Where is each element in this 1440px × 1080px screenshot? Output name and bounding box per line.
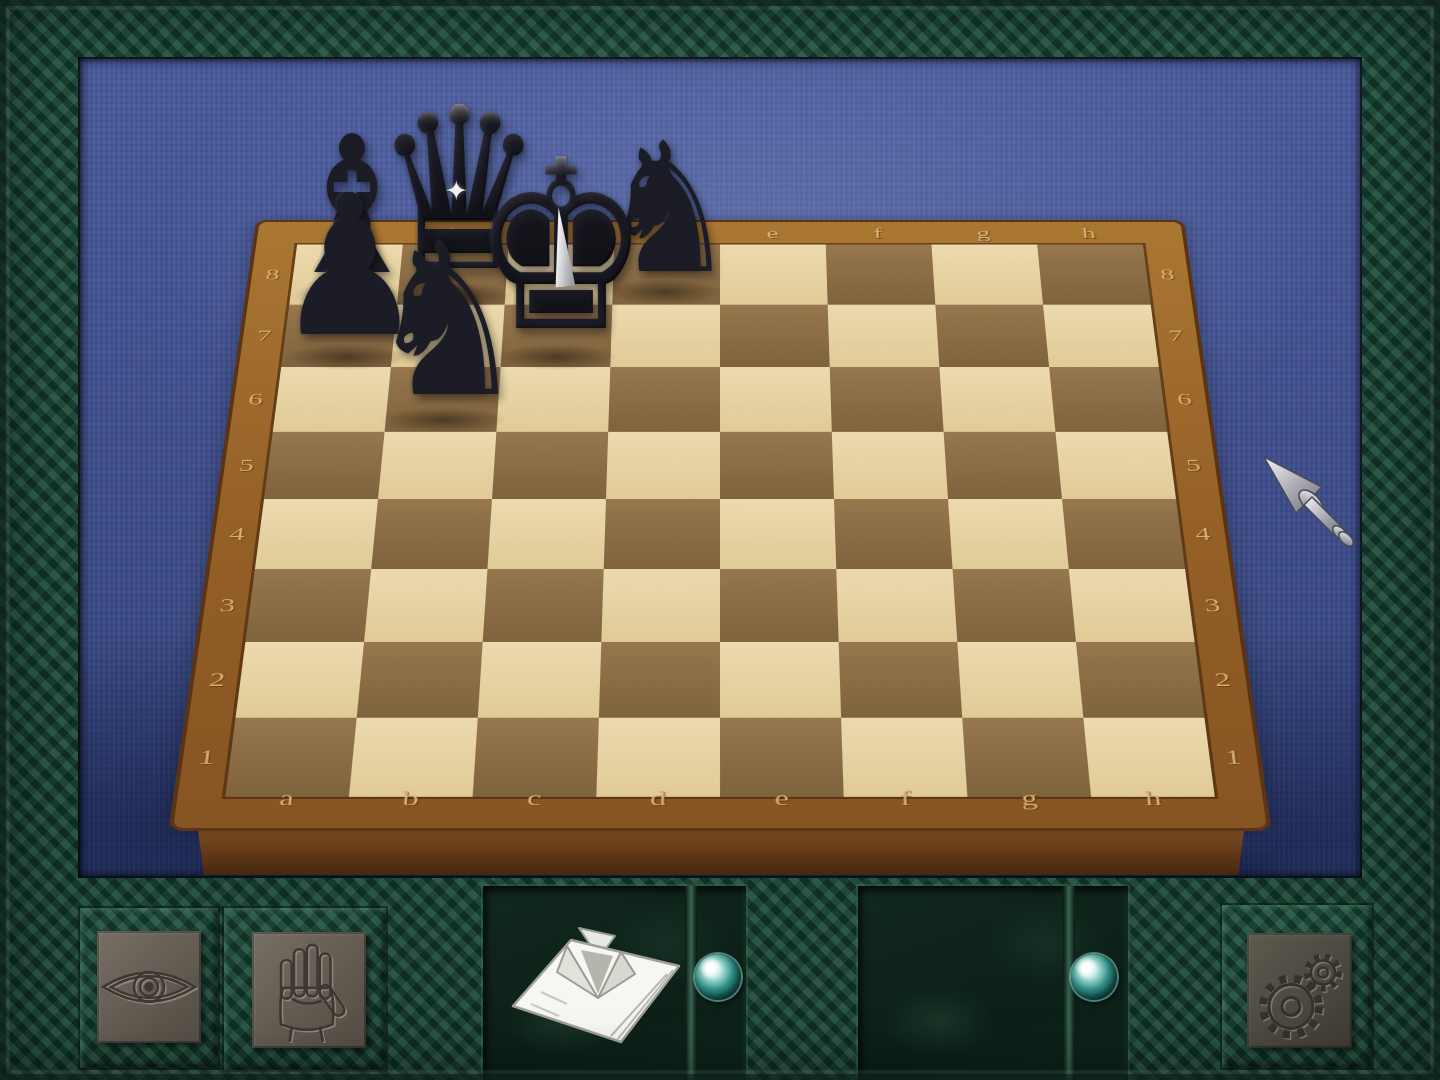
black-knight-b6[interactable]: ♞ bbox=[367, 217, 527, 427]
hand-icon bbox=[252, 932, 366, 1048]
carved-frame: abcdefgh abcdefgh 87654321 87654321 ♝♛✦♞… bbox=[0, 0, 1440, 1080]
game-screen: { "game": "chess", "scene": { "descripti… bbox=[0, 0, 1440, 1080]
empty-inventory-tray[interactable] bbox=[858, 886, 1128, 1080]
gear-icon bbox=[1247, 933, 1352, 1048]
right-orb-button[interactable] bbox=[1071, 954, 1117, 1000]
eye-button[interactable] bbox=[80, 908, 218, 1068]
inventory-tray[interactable] bbox=[483, 886, 746, 1080]
left-orb-button[interactable] bbox=[695, 954, 741, 1000]
gear-button[interactable] bbox=[1222, 905, 1372, 1068]
eye-icon bbox=[97, 931, 201, 1043]
folded-garment-item[interactable] bbox=[501, 910, 691, 1050]
pieces-layer: ♝♛✦♞♟♚♞ bbox=[78, 57, 1362, 878]
cursor-dart-icon bbox=[1256, 447, 1362, 587]
hand-button[interactable] bbox=[224, 908, 386, 1070]
scene-viewport: abcdefgh abcdefgh 87654321 87654321 ♝♛✦♞… bbox=[78, 57, 1362, 878]
